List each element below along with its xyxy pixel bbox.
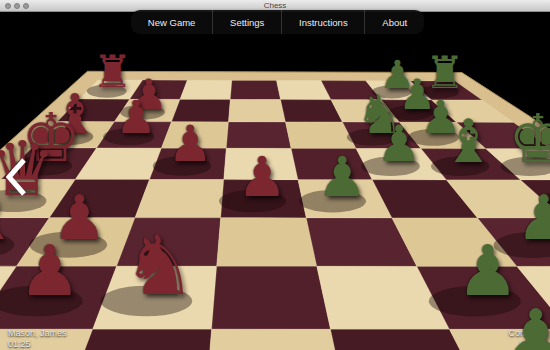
square-g4[interactable]	[229, 100, 286, 123]
green-pawn-c7[interactable]: ♟	[516, 188, 550, 250]
red-knight-b3[interactable]: ♞	[123, 225, 197, 307]
chess-app-window: ♜♜♟♟♟♝♟♞♟♚♟♚♝♟♛♟♛♟♝♟♟♞♟♟♟ Mason, James 0…	[0, 0, 550, 350]
red-pawn-f2[interactable]: ♟	[116, 95, 157, 141]
red-pawn-b2[interactable]: ♟	[19, 236, 82, 306]
square-a4[interactable]	[205, 329, 348, 350]
settings-button[interactable]: Settings	[212, 10, 281, 34]
about-button[interactable]: About	[364, 10, 424, 34]
new-game-button[interactable]: New Game	[131, 10, 212, 34]
green-bishop-e7[interactable]: ♝	[442, 112, 496, 172]
instructions-button[interactable]: Instructions	[281, 10, 364, 34]
player-left-name: Mason, James	[8, 328, 67, 339]
red-pawn-d4[interactable]: ♟	[237, 150, 286, 205]
square-h4[interactable]	[230, 80, 280, 99]
square-h3[interactable]	[180, 80, 232, 99]
green-king-e8[interactable]: ♚	[508, 106, 550, 173]
player-left-info: Mason, James 01:25	[8, 328, 67, 350]
square-c4[interactable]	[217, 218, 317, 266]
red-pawn-e3[interactable]: ♟	[168, 120, 213, 170]
square-b4[interactable]	[212, 266, 331, 329]
green-pawn-e6[interactable]: ♟	[377, 120, 422, 170]
green-pawn-a6[interactable]: ♟	[500, 299, 550, 350]
toolbar: New Game Settings Instructions About	[131, 10, 424, 34]
green-pawn-d5[interactable]: ♟	[317, 150, 366, 205]
back-arrow-icon[interactable]	[2, 156, 30, 200]
player-left-clock: 01:25	[8, 339, 67, 350]
square-d3[interactable]	[135, 180, 224, 218]
